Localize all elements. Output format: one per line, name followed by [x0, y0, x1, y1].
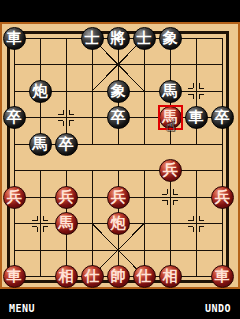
- piece-black-pawn[interactable]: 卒: [3, 106, 26, 129]
- piece-black-pawn[interactable]: 卒: [211, 106, 234, 129]
- menu-button[interactable]: MENU: [9, 303, 35, 314]
- piece-red-rook[interactable]: 車: [211, 265, 234, 288]
- piece-red-pawn[interactable]: 兵: [107, 186, 130, 209]
- softkey-bar: MENU UNDO: [0, 289, 240, 319]
- piece-black-horse[interactable]: 馬: [159, 80, 182, 103]
- piece-black-horse[interactable]: 馬: [29, 133, 52, 156]
- piece-red-horse[interactable]: 馬: [55, 212, 78, 235]
- game-screen: 車士將士象炮象馬卒卒馬車卒馬卒兵兵兵兵兵馬炮車相仕帥仕相車 ☝ MENU UND…: [0, 0, 240, 319]
- piece-red-horse[interactable]: 馬: [159, 106, 182, 129]
- piece-black-cannon[interactable]: 炮: [29, 80, 52, 103]
- piece-red-elephant[interactable]: 相: [55, 265, 78, 288]
- piece-red-cannon[interactable]: 炮: [107, 212, 130, 235]
- piece-red-pawn[interactable]: 兵: [211, 186, 234, 209]
- piece-black-rook[interactable]: 車: [185, 106, 208, 129]
- piece-black-advisor[interactable]: 士: [81, 27, 104, 50]
- piece-black-elephant[interactable]: 象: [107, 80, 130, 103]
- piece-red-pawn[interactable]: 兵: [3, 186, 26, 209]
- piece-red-pawn[interactable]: 兵: [159, 159, 182, 182]
- piece-black-pawn[interactable]: 卒: [107, 106, 130, 129]
- piece-black-rook[interactable]: 車: [3, 27, 26, 50]
- undo-button[interactable]: UNDO: [205, 303, 231, 314]
- piece-red-elephant[interactable]: 相: [159, 265, 182, 288]
- top-bar: [0, 0, 240, 22]
- piece-black-pawn[interactable]: 卒: [55, 133, 78, 156]
- piece-black-advisor[interactable]: 士: [133, 27, 156, 50]
- piece-black-king[interactable]: 將: [107, 27, 130, 50]
- piece-black-elephant[interactable]: 象: [159, 27, 182, 50]
- board[interactable]: 車士將士象炮象馬卒卒馬車卒馬卒兵兵兵兵兵馬炮車相仕帥仕相車: [1, 25, 235, 290]
- board-panel: 車士將士象炮象馬卒卒馬車卒馬卒兵兵兵兵兵馬炮車相仕帥仕相車 ☝: [0, 22, 240, 289]
- piece-red-pawn[interactable]: 兵: [55, 186, 78, 209]
- piece-red-king[interactable]: 帥: [107, 265, 130, 288]
- piece-red-advisor[interactable]: 仕: [81, 265, 104, 288]
- piece-red-rook[interactable]: 車: [3, 265, 26, 288]
- piece-red-advisor[interactable]: 仕: [133, 265, 156, 288]
